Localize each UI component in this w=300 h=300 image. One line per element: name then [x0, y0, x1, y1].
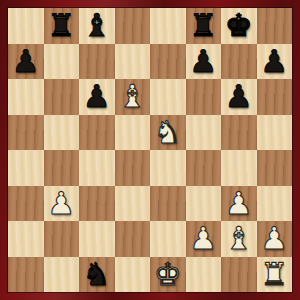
square-e7[interactable]	[150, 44, 186, 80]
square-g8[interactable]: ♚	[221, 8, 257, 44]
square-e1[interactable]: ♚	[150, 257, 186, 293]
piece-white-knight-e5[interactable]: ♞	[154, 115, 182, 151]
square-f6[interactable]	[186, 79, 222, 115]
square-h7[interactable]: ♟	[257, 44, 293, 80]
square-c6[interactable]: ♟	[79, 79, 115, 115]
square-g6[interactable]: ♟	[221, 79, 257, 115]
piece-black-rook-f8[interactable]: ♜	[189, 8, 217, 44]
square-d8[interactable]	[115, 8, 151, 44]
square-a8[interactable]	[8, 8, 44, 44]
square-f7[interactable]: ♟	[186, 44, 222, 80]
square-h1[interactable]: ♜	[257, 257, 293, 293]
piece-black-pawn-c6[interactable]: ♟	[83, 79, 111, 115]
square-b5[interactable]	[44, 115, 80, 151]
square-c2[interactable]	[79, 221, 115, 257]
square-f3[interactable]	[186, 186, 222, 222]
square-c7[interactable]	[79, 44, 115, 80]
square-d4[interactable]	[115, 150, 151, 186]
chessboard-frame: ♜♝♜♚♟♟♟♟♝♟♞♟♟♟♝♟♞♚♜	[0, 0, 300, 300]
square-f2[interactable]: ♟	[186, 221, 222, 257]
piece-white-pawn-g3[interactable]: ♟	[225, 186, 253, 222]
piece-white-pawn-h2[interactable]: ♟	[260, 221, 288, 257]
piece-black-bishop-c8[interactable]: ♝	[83, 8, 111, 44]
square-e8[interactable]	[150, 8, 186, 44]
piece-black-pawn-g6[interactable]: ♟	[225, 79, 253, 115]
square-f4[interactable]	[186, 150, 222, 186]
square-f8[interactable]: ♜	[186, 8, 222, 44]
square-e2[interactable]	[150, 221, 186, 257]
square-d2[interactable]	[115, 221, 151, 257]
square-b2[interactable]	[44, 221, 80, 257]
square-h6[interactable]	[257, 79, 293, 115]
square-c3[interactable]	[79, 186, 115, 222]
square-d5[interactable]	[115, 115, 151, 151]
piece-white-rook-h1[interactable]: ♜	[260, 257, 288, 293]
square-h4[interactable]	[257, 150, 293, 186]
piece-black-king-g8[interactable]: ♚	[225, 8, 253, 44]
piece-white-pawn-b3[interactable]: ♟	[47, 186, 75, 222]
square-g5[interactable]	[221, 115, 257, 151]
square-a4[interactable]	[8, 150, 44, 186]
square-g4[interactable]	[221, 150, 257, 186]
square-c1[interactable]: ♞	[79, 257, 115, 293]
square-b3[interactable]: ♟	[44, 186, 80, 222]
square-a5[interactable]	[8, 115, 44, 151]
square-b8[interactable]: ♜	[44, 8, 80, 44]
chessboard: ♜♝♜♚♟♟♟♟♝♟♞♟♟♟♝♟♞♚♜	[8, 8, 292, 292]
square-b7[interactable]	[44, 44, 80, 80]
square-d6[interactable]: ♝	[115, 79, 151, 115]
piece-black-pawn-a7[interactable]: ♟	[12, 44, 40, 80]
square-g7[interactable]	[221, 44, 257, 80]
piece-black-rook-b8[interactable]: ♜	[47, 8, 75, 44]
square-g3[interactable]: ♟	[221, 186, 257, 222]
square-b4[interactable]	[44, 150, 80, 186]
square-e4[interactable]	[150, 150, 186, 186]
square-f1[interactable]	[186, 257, 222, 293]
piece-black-knight-c1[interactable]: ♞	[83, 257, 111, 293]
square-h3[interactable]	[257, 186, 293, 222]
square-g2[interactable]: ♝	[221, 221, 257, 257]
piece-black-pawn-f7[interactable]: ♟	[189, 44, 217, 80]
square-c8[interactable]: ♝	[79, 8, 115, 44]
square-a7[interactable]: ♟	[8, 44, 44, 80]
square-h8[interactable]	[257, 8, 293, 44]
square-c4[interactable]	[79, 150, 115, 186]
square-h2[interactable]: ♟	[257, 221, 293, 257]
square-e5[interactable]: ♞	[150, 115, 186, 151]
square-f5[interactable]	[186, 115, 222, 151]
square-a6[interactable]	[8, 79, 44, 115]
piece-white-king-e1[interactable]: ♚	[154, 257, 182, 293]
piece-white-bishop-g2[interactable]: ♝	[225, 221, 253, 257]
square-h5[interactable]	[257, 115, 293, 151]
square-d1[interactable]	[115, 257, 151, 293]
square-b1[interactable]	[44, 257, 80, 293]
square-e6[interactable]	[150, 79, 186, 115]
square-g1[interactable]	[221, 257, 257, 293]
piece-white-pawn-f2[interactable]: ♟	[189, 221, 217, 257]
square-a2[interactable]	[8, 221, 44, 257]
square-d7[interactable]	[115, 44, 151, 80]
piece-white-bishop-d6[interactable]: ♝	[118, 79, 146, 115]
square-b6[interactable]	[44, 79, 80, 115]
square-d3[interactable]	[115, 186, 151, 222]
square-c5[interactable]	[79, 115, 115, 151]
piece-black-pawn-h7[interactable]: ♟	[260, 44, 288, 80]
square-a1[interactable]	[8, 257, 44, 293]
square-a3[interactable]	[8, 186, 44, 222]
square-e3[interactable]	[150, 186, 186, 222]
